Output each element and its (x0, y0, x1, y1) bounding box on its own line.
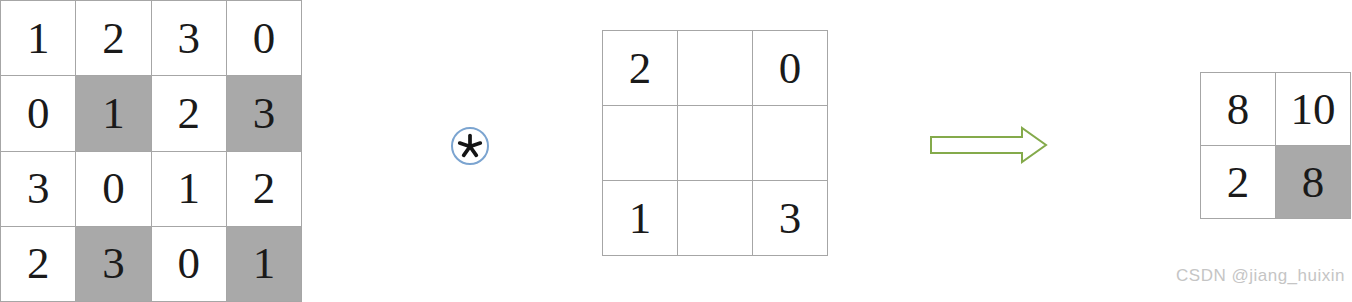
kernel-cell-r1c3: 0 (753, 31, 827, 105)
input-matrix-grid: 1230012330122301 (0, 0, 302, 302)
input-cell-r4c2: 3 (76, 227, 150, 301)
kernel-cell-r3c1: 1 (603, 181, 677, 255)
watermark: CSDN @jiang_huixin (1176, 266, 1345, 286)
input-cell-r3c2: 0 (76, 152, 150, 226)
output-matrix-grid: 81028 (1200, 72, 1351, 219)
output-cell-r1c1: 8 (1201, 73, 1275, 145)
input-cell-r2c3: 2 (152, 76, 226, 150)
input-cell-r3c4: 2 (227, 152, 301, 226)
input-cell-r1c1: 1 (1, 1, 75, 75)
kernel-cell-r3c3: 3 (753, 181, 827, 255)
input-cell-r2c4: 3 (227, 76, 301, 150)
output-cell-r1c2: 10 (1276, 73, 1350, 145)
output-cell-r2c1: 2 (1201, 146, 1275, 218)
input-cell-r2c2: 1 (76, 76, 150, 150)
input-cell-r2c1: 0 (1, 76, 75, 150)
input-cell-r3c3: 1 (152, 152, 226, 226)
arrow-right-icon (929, 124, 1049, 168)
kernel-matrix-grid: 2013 (602, 30, 828, 256)
convolution-operator (451, 127, 489, 165)
input-cell-r1c4: 0 (227, 1, 301, 75)
output-cell-r2c2: 8 (1276, 146, 1350, 218)
kernel-cell-r1c1: 2 (603, 31, 677, 105)
kernel-cell-r2c1 (603, 106, 677, 180)
asterisk-icon (456, 132, 484, 160)
kernel-cell-r1c2 (678, 31, 752, 105)
kernel-cell-r2c3 (753, 106, 827, 180)
convolution-diagram: 1230012330122301 2013 81028 CSDN @jiang_… (0, 0, 1352, 302)
input-cell-r1c3: 3 (152, 1, 226, 75)
kernel-cell-r2c2 (678, 106, 752, 180)
input-cell-r1c2: 2 (76, 1, 150, 75)
input-cell-r3c1: 3 (1, 152, 75, 226)
input-cell-r4c3: 0 (152, 227, 226, 301)
input-cell-r4c4: 1 (227, 227, 301, 301)
kernel-cell-r3c2 (678, 181, 752, 255)
input-cell-r4c1: 2 (1, 227, 75, 301)
